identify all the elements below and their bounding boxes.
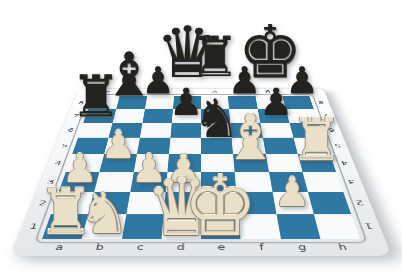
square-f2[interactable] xyxy=(237,192,276,214)
square-c6[interactable] xyxy=(140,123,172,138)
square-c2[interactable] xyxy=(126,192,165,214)
square-a8[interactable] xyxy=(88,96,120,109)
square-d5[interactable] xyxy=(169,138,201,154)
square-f7[interactable] xyxy=(229,109,260,123)
square-a1[interactable] xyxy=(42,214,88,239)
square-a3[interactable] xyxy=(59,172,100,192)
rank-label-7-right: 7 xyxy=(322,113,330,118)
square-b5[interactable] xyxy=(104,138,139,154)
square-c7[interactable] xyxy=(142,109,173,123)
square-h7[interactable] xyxy=(286,109,319,123)
square-d7[interactable] xyxy=(172,109,201,123)
square-g2[interactable] xyxy=(272,192,313,214)
board-grid xyxy=(42,96,360,239)
square-a6[interactable] xyxy=(78,123,113,138)
square-h5[interactable] xyxy=(293,138,330,154)
file-label-c-bottom: c xyxy=(136,242,144,252)
square-g5[interactable] xyxy=(262,138,297,154)
rank-label-2-right: 2 xyxy=(354,199,364,207)
square-e8[interactable] xyxy=(201,96,229,109)
square-f5[interactable] xyxy=(232,138,266,154)
file-label-f-bottom: f xyxy=(259,242,265,252)
file-label-e-top: e xyxy=(212,90,217,94)
square-e5[interactable] xyxy=(201,138,233,154)
file-label-g-top: g xyxy=(265,90,271,94)
square-f6[interactable] xyxy=(230,123,262,138)
square-d3[interactable] xyxy=(165,172,201,192)
file-label-b-bottom: b xyxy=(95,242,105,252)
square-d6[interactable] xyxy=(170,123,201,138)
square-e3[interactable] xyxy=(201,172,237,192)
square-b3[interactable] xyxy=(94,172,133,192)
square-g3[interactable] xyxy=(269,172,308,192)
file-label-f-top: f xyxy=(239,90,243,94)
square-a7[interactable] xyxy=(83,109,116,123)
piece-bR-e8[interactable]: ♜ xyxy=(190,30,240,85)
square-b7[interactable] xyxy=(113,109,145,123)
chess-board: aabbccddeeffgghh1122334455667788 xyxy=(10,89,392,256)
square-h2[interactable] xyxy=(308,192,351,214)
file-label-b-top: b xyxy=(131,90,137,94)
rank-label-6-right: 6 xyxy=(327,127,335,132)
file-label-a-top: a xyxy=(104,90,111,94)
square-f8[interactable] xyxy=(228,96,257,109)
square-c3[interactable] xyxy=(130,172,167,192)
square-h3[interactable] xyxy=(302,172,343,192)
square-d2[interactable] xyxy=(163,192,201,214)
rank-label-3-right: 3 xyxy=(346,178,356,185)
square-e1[interactable] xyxy=(201,214,241,239)
square-c8[interactable] xyxy=(145,96,174,109)
square-d1[interactable] xyxy=(161,214,201,239)
square-g7[interactable] xyxy=(257,109,289,123)
square-h4[interactable] xyxy=(298,154,337,172)
square-b2[interactable] xyxy=(88,192,129,214)
rank-label-5-right: 5 xyxy=(333,143,342,149)
square-g6[interactable] xyxy=(260,123,293,138)
file-label-e-bottom: e xyxy=(217,242,225,252)
square-f3[interactable] xyxy=(235,172,272,192)
square-b8[interactable] xyxy=(116,96,146,109)
square-e4[interactable] xyxy=(201,154,235,172)
square-c4[interactable] xyxy=(133,154,168,172)
square-f1[interactable] xyxy=(239,214,281,239)
square-d4[interactable] xyxy=(167,154,201,172)
square-a4[interactable] xyxy=(66,154,105,172)
square-a2[interactable] xyxy=(51,192,94,214)
square-f4[interactable] xyxy=(233,154,268,172)
file-label-a-bottom: a xyxy=(54,242,65,252)
square-h6[interactable] xyxy=(289,123,324,138)
file-label-c-top: c xyxy=(158,90,163,94)
square-b4[interactable] xyxy=(100,154,137,172)
square-g1[interactable] xyxy=(276,214,320,239)
piece-bQ-d8[interactable]: ♛ xyxy=(155,18,219,89)
square-h8[interactable] xyxy=(282,96,314,109)
square-d8[interactable] xyxy=(173,96,201,109)
square-e6[interactable] xyxy=(201,123,232,138)
square-a5[interactable] xyxy=(72,138,109,154)
square-e7[interactable] xyxy=(201,109,230,123)
square-g4[interactable] xyxy=(265,154,302,172)
chessboard-scene: aabbccddeeffgghh1122334455667788 ♛♜♚♝♟♟♟… xyxy=(0,0,402,272)
square-b1[interactable] xyxy=(82,214,126,239)
file-label-d-top: d xyxy=(185,90,191,94)
file-label-d-bottom: d xyxy=(176,242,185,252)
rank-label-4-right: 4 xyxy=(339,160,348,167)
square-c5[interactable] xyxy=(137,138,171,154)
square-e2[interactable] xyxy=(201,192,239,214)
rank-label-8-right: 8 xyxy=(317,100,324,105)
square-b6[interactable] xyxy=(109,123,142,138)
square-g8[interactable] xyxy=(255,96,285,109)
piece-bK-g8[interactable]: ♚ xyxy=(237,16,302,89)
square-c1[interactable] xyxy=(122,214,164,239)
rank-label-1-right: 1 xyxy=(362,222,373,231)
file-label-h-top: h xyxy=(291,90,298,94)
